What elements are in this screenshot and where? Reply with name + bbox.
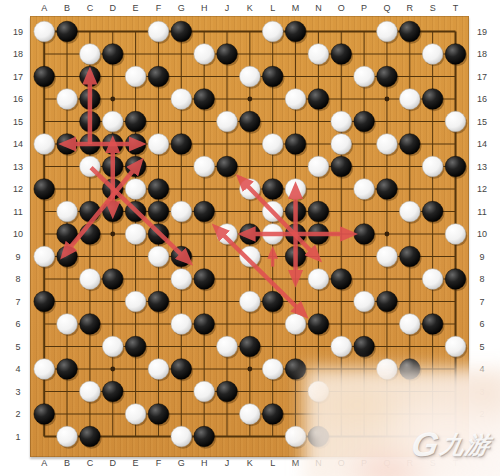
- coordinate-label: C: [87, 459, 94, 468]
- black-stone: [194, 314, 215, 335]
- white-stone: [34, 134, 55, 155]
- white-stone: [354, 66, 375, 87]
- white-stone: [400, 201, 421, 222]
- white-stone: [445, 111, 466, 132]
- black-stone: [171, 21, 192, 42]
- coordinate-label: 19: [13, 27, 23, 36]
- black-stone: [57, 21, 78, 42]
- white-stone: [194, 44, 215, 65]
- black-stone: [148, 201, 169, 222]
- coordinate-label: 13: [477, 162, 487, 171]
- black-stone: [262, 66, 283, 87]
- white-stone: [377, 21, 398, 42]
- black-stone: [171, 359, 192, 380]
- black-stone: [34, 291, 55, 312]
- white-stone: [125, 291, 146, 312]
- white-stone: [217, 111, 238, 132]
- white-stone: [194, 381, 215, 402]
- coordinate-label: H: [201, 459, 208, 468]
- white-stone: [400, 89, 421, 110]
- white-stone: [308, 269, 329, 290]
- coordinate-label: D: [110, 4, 117, 13]
- white-stone: [285, 314, 306, 335]
- coordinate-label: 8: [15, 275, 20, 284]
- coordinate-label: 17: [477, 72, 487, 81]
- coordinate-label: K: [247, 4, 253, 13]
- white-stone: [262, 134, 283, 155]
- white-stone: [217, 336, 238, 357]
- coordinate-label: 7: [479, 297, 484, 306]
- white-stone: [331, 134, 352, 155]
- white-stone: [400, 314, 421, 335]
- coordinate-label: 18: [13, 50, 23, 59]
- coordinate-label: Q: [383, 4, 390, 13]
- coordinate-label: 17: [13, 72, 23, 81]
- black-stone: [171, 134, 192, 155]
- black-stone: [194, 89, 215, 110]
- black-stone: [217, 44, 238, 65]
- white-stone: [262, 21, 283, 42]
- coordinate-label: D: [110, 459, 117, 468]
- coordinate-label: 4: [15, 365, 20, 374]
- white-stone: [308, 156, 329, 177]
- black-stone: [445, 156, 466, 177]
- white-stone: [308, 381, 329, 402]
- coordinate-label: M: [292, 459, 300, 468]
- black-stone: [194, 426, 215, 447]
- black-stone: [400, 359, 421, 380]
- white-stone: [445, 224, 466, 245]
- coordinate-label: 12: [13, 185, 23, 194]
- white-stone: [377, 246, 398, 267]
- white-stone: [34, 359, 55, 380]
- coordinate-label: M: [292, 4, 300, 13]
- coordinate-label: 3: [479, 387, 484, 396]
- black-stone: [148, 66, 169, 87]
- black-stone: [80, 426, 101, 447]
- black-stone: [285, 134, 306, 155]
- white-stone: [148, 134, 169, 155]
- black-stone: [148, 404, 169, 425]
- white-stone: [422, 44, 443, 65]
- black-stone: [217, 156, 238, 177]
- white-stone: [171, 201, 192, 222]
- white-stone: [57, 426, 78, 447]
- black-stone: [57, 359, 78, 380]
- coordinate-label: H: [201, 4, 208, 13]
- black-stone: [285, 359, 306, 380]
- coordinate-label: 9: [479, 252, 484, 261]
- black-stone: [377, 291, 398, 312]
- coordinate-label: R: [407, 459, 414, 468]
- black-stone: [422, 201, 443, 222]
- black-stone: [377, 179, 398, 200]
- white-stone: [34, 246, 55, 267]
- white-stone: [34, 21, 55, 42]
- white-stone: [285, 426, 306, 447]
- black-stone: [422, 314, 443, 335]
- white-stone: [171, 89, 192, 110]
- coordinate-label: 7: [15, 297, 20, 306]
- black-stone: [148, 179, 169, 200]
- coordinate-label: 16: [13, 95, 23, 104]
- black-stone: [125, 336, 146, 357]
- black-stone: [262, 179, 283, 200]
- coordinate-label: 15: [13, 117, 23, 126]
- coordinate-label: 1: [15, 432, 20, 441]
- coordinate-label: E: [133, 4, 139, 13]
- white-stone: [125, 224, 146, 245]
- black-stone: [262, 404, 283, 425]
- black-stone: [102, 44, 123, 65]
- coordinate-label: 8: [479, 275, 484, 284]
- white-stone: [102, 336, 123, 357]
- white-stone: [102, 111, 123, 132]
- black-stone: [102, 381, 123, 402]
- coordinate-label: O: [338, 4, 345, 13]
- black-stone: [125, 111, 146, 132]
- coordinate-label: 10: [477, 230, 487, 239]
- coordinate-label: 5: [15, 342, 20, 351]
- black-stone: [354, 224, 375, 245]
- coordinate-label: B: [64, 4, 70, 13]
- black-stone: [331, 44, 352, 65]
- black-stone: [400, 21, 421, 42]
- white-stone: [285, 89, 306, 110]
- white-stone: [445, 336, 466, 357]
- coordinate-label: N: [315, 4, 322, 13]
- black-stone: [354, 336, 375, 357]
- black-stone: [377, 66, 398, 87]
- coordinate-label: 13: [13, 162, 23, 171]
- white-stone: [171, 426, 192, 447]
- black-stone: [445, 44, 466, 65]
- coordinate-label: F: [156, 4, 162, 13]
- coordinate-label: S: [430, 459, 436, 468]
- coordinate-label: 2: [15, 410, 20, 419]
- coordinate-label: S: [430, 4, 436, 13]
- white-stone: [148, 359, 169, 380]
- black-stone: [308, 201, 329, 222]
- black-stone: [34, 66, 55, 87]
- coordinate-label: 11: [477, 207, 486, 216]
- black-stone: [80, 314, 101, 335]
- black-stone: [262, 291, 283, 312]
- coordinate-label: A: [41, 459, 47, 468]
- black-stone: [308, 426, 329, 447]
- coordinate-label: 12: [477, 185, 487, 194]
- coordinate-label: 18: [477, 50, 487, 59]
- black-stone: [445, 269, 466, 290]
- coordinate-label: 6: [15, 320, 20, 329]
- black-stone: [240, 336, 261, 357]
- coordinate-label: 5: [479, 342, 484, 351]
- coordinate-label: P: [361, 459, 367, 468]
- coordinate-label: 15: [477, 117, 487, 126]
- white-stone: [331, 111, 352, 132]
- white-stone: [422, 269, 443, 290]
- white-stone: [125, 66, 146, 87]
- black-stone: [102, 269, 123, 290]
- white-stone: [171, 269, 192, 290]
- coordinate-label: A: [41, 4, 47, 13]
- white-stone: [80, 44, 101, 65]
- coordinate-label: E: [133, 459, 139, 468]
- coordinate-label: K: [247, 459, 253, 468]
- coordinate-label: 10: [13, 230, 23, 239]
- white-stone: [377, 134, 398, 155]
- coordinate-label: N: [315, 459, 322, 468]
- black-stone: [148, 291, 169, 312]
- coordinate-label: 9: [15, 252, 20, 261]
- white-stone: [331, 336, 352, 357]
- black-stone: [400, 246, 421, 267]
- black-stone: [331, 156, 352, 177]
- coordinate-label: G: [178, 459, 185, 468]
- white-stone: [148, 21, 169, 42]
- coordinate-label: J: [225, 4, 230, 13]
- coordinate-label: B: [64, 459, 70, 468]
- coordinate-label: C: [87, 4, 94, 13]
- white-stone: [240, 291, 261, 312]
- coordinate-label: 4: [479, 365, 484, 374]
- coordinate-label: 6: [479, 320, 484, 329]
- white-stone: [125, 179, 146, 200]
- black-stone: [34, 404, 55, 425]
- white-stone: [125, 404, 146, 425]
- white-stone: [262, 359, 283, 380]
- black-stone: [400, 134, 421, 155]
- black-stone: [308, 314, 329, 335]
- white-stone: [240, 66, 261, 87]
- black-stone: [217, 381, 238, 402]
- black-stone: [331, 269, 352, 290]
- coordinate-label: 19: [477, 27, 487, 36]
- coordinate-label: 1: [479, 432, 484, 441]
- white-stone: [377, 359, 398, 380]
- coordinate-label: T: [453, 4, 459, 13]
- coordinate-label: 14: [13, 140, 23, 149]
- white-stone: [308, 44, 329, 65]
- coordinate-label: 3: [15, 387, 20, 396]
- white-stone: [80, 381, 101, 402]
- coordinate-label: F: [156, 459, 162, 468]
- black-stone: [354, 111, 375, 132]
- coordinate-label: O: [338, 459, 345, 468]
- coordinate-label: L: [270, 4, 275, 13]
- white-stone: [354, 291, 375, 312]
- coordinate-label: 14: [477, 140, 487, 149]
- black-stone: [194, 269, 215, 290]
- coordinate-label: P: [361, 4, 367, 13]
- black-stone: [285, 21, 306, 42]
- coordinate-label: J: [225, 459, 230, 468]
- black-stone: [308, 89, 329, 110]
- white-stone: [354, 179, 375, 200]
- board-svg: [0, 0, 500, 476]
- coordinate-label: L: [270, 459, 275, 468]
- white-stone: [240, 404, 261, 425]
- white-stone: [57, 314, 78, 335]
- coordinate-label: Q: [383, 459, 390, 468]
- white-stone: [194, 156, 215, 177]
- white-stone: [57, 201, 78, 222]
- go-diagram: ABCDEFGHJKLMNOPQRST ABCDEFGHJKLMNOPQRST …: [0, 0, 500, 476]
- coordinate-label: G: [178, 4, 185, 13]
- coordinate-label: 16: [477, 95, 487, 104]
- black-stone: [240, 111, 261, 132]
- black-stone: [34, 179, 55, 200]
- coordinate-label: R: [407, 4, 414, 13]
- black-stone: [194, 201, 215, 222]
- coordinate-label: 11: [13, 207, 22, 216]
- white-stone: [57, 89, 78, 110]
- white-stone: [422, 156, 443, 177]
- black-stone: [422, 89, 443, 110]
- white-stone: [148, 246, 169, 267]
- white-stone: [80, 269, 101, 290]
- white-stone: [171, 314, 192, 335]
- coordinate-label: 2: [479, 410, 484, 419]
- coordinate-label: T: [453, 459, 459, 468]
